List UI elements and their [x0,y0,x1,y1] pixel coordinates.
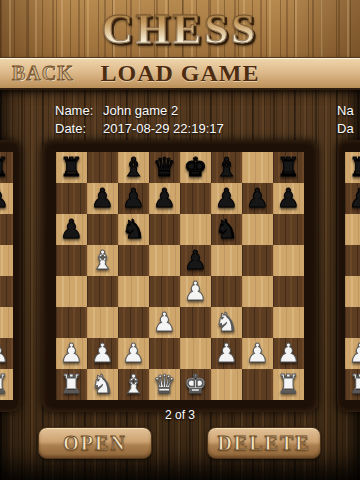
board-frame: ♜♝♛♚♝♜♟♟♟♟♟♟♟♞♞♝♟♟♟♞♟♟♟♟♟♟♜♞♝♛♚♜ [42,140,318,412]
black-pawn: ♟ [180,245,211,276]
square-c5 [118,245,149,276]
square-h2: ♟ [273,338,304,369]
black-pawn: ♟ [118,183,149,214]
next-sliver-square-2: ♟ [345,338,360,369]
square-g7: ♟ [242,183,273,214]
square-e4: ♟ [180,276,211,307]
white-rook: ♜ [0,369,13,400]
next-sliver-square-5 [345,245,360,276]
square-g3 [242,307,273,338]
square-b4 [87,276,118,307]
square-f4 [211,276,242,307]
square-d8: ♛ [149,152,180,183]
next-card-meta-partial: Na Da [337,102,360,138]
white-knight: ♞ [87,369,118,400]
date-label: Date: [55,120,103,138]
white-pawn: ♟ [87,338,118,369]
next-sliver-square-4 [345,276,360,307]
previous-sliver-square-7: ♟ [0,183,13,214]
white-pawn: ♟ [273,338,304,369]
previous-game-card-sliver[interactable]: ♜♟♟♜ [0,140,21,412]
square-a2: ♟ [56,338,87,369]
square-f1 [211,369,242,400]
date-value: 2017-08-29 22:19:17 [103,120,224,138]
square-d5 [149,245,180,276]
next-sliver-square-6 [345,214,360,245]
square-f3: ♞ [211,307,242,338]
white-bishop: ♝ [118,369,149,400]
square-g4 [242,276,273,307]
square-b7: ♟ [87,183,118,214]
square-a6: ♟ [56,214,87,245]
square-b6 [87,214,118,245]
black-pawn: ♟ [211,183,242,214]
white-knight: ♞ [211,307,242,338]
square-c2: ♟ [118,338,149,369]
previous-sliver-square-8: ♜ [0,152,13,183]
saved-game-meta: Name: John game 2 Date: 2017-08-29 22:19… [55,102,224,138]
black-rook: ♜ [345,152,360,183]
square-h6 [273,214,304,245]
square-a8: ♜ [56,152,87,183]
white-pawn: ♟ [118,338,149,369]
white-pawn: ♟ [242,338,273,369]
square-h1: ♜ [273,369,304,400]
white-pawn: ♟ [180,276,211,307]
black-pawn: ♟ [273,183,304,214]
white-queen: ♛ [149,369,180,400]
white-rook: ♜ [345,369,360,400]
black-knight: ♞ [211,214,242,245]
square-a7 [56,183,87,214]
load-game-screen: { "game": "chess", "position": { "fen": … [0,0,360,480]
square-e7 [180,183,211,214]
square-d6 [149,214,180,245]
previous-sliver-square-2: ♟ [0,338,13,369]
square-h5 [273,245,304,276]
square-f8: ♝ [211,152,242,183]
white-pawn: ♟ [56,338,87,369]
square-f5 [211,245,242,276]
name-row: Name: John game 2 [55,102,224,120]
square-e5: ♟ [180,245,211,276]
square-h4 [273,276,304,307]
black-rook: ♜ [56,152,87,183]
square-d7: ♟ [149,183,180,214]
square-g5 [242,245,273,276]
square-e1: ♚ [180,369,211,400]
square-b8 [87,152,118,183]
square-h3 [273,307,304,338]
date-row: Date: 2017-08-29 22:19:17 [55,120,224,138]
square-f6: ♞ [211,214,242,245]
square-h8: ♜ [273,152,304,183]
pager-indicator: 2 of 3 [42,408,318,422]
black-pawn: ♟ [242,183,273,214]
white-pawn: ♟ [211,338,242,369]
square-b2: ♟ [87,338,118,369]
open-button[interactable]: OPEN [38,427,152,459]
white-king: ♚ [180,369,211,400]
next-sliver-square-8: ♜ [345,152,360,183]
square-d2 [149,338,180,369]
next-sliver-square-7: ♟ [345,183,360,214]
square-e6 [180,214,211,245]
square-a1: ♜ [56,369,87,400]
name-label: Name: [55,102,103,120]
square-g2: ♟ [242,338,273,369]
square-a4 [56,276,87,307]
black-pawn: ♟ [56,214,87,245]
next-sliver-square-3 [345,307,360,338]
previous-sliver-square-6 [0,214,13,245]
next-sliver-square-1: ♜ [345,369,360,400]
square-c3 [118,307,149,338]
square-f7: ♟ [211,183,242,214]
previous-sliver-square-5 [0,245,13,276]
white-pawn: ♟ [345,338,360,369]
white-rook: ♜ [273,369,304,400]
white-pawn: ♟ [0,338,13,369]
square-c6: ♞ [118,214,149,245]
square-c7: ♟ [118,183,149,214]
square-b3 [87,307,118,338]
square-e3 [180,307,211,338]
black-king: ♚ [180,152,211,183]
square-d4 [149,276,180,307]
square-g6 [242,214,273,245]
square-d1: ♛ [149,369,180,400]
square-e2 [180,338,211,369]
next-game-card-sliver[interactable]: ♜♟♟♜ [337,140,360,412]
square-c1: ♝ [118,369,149,400]
square-g8 [242,152,273,183]
chess-board[interactable]: ♜♝♛♚♝♜♟♟♟♟♟♟♟♞♞♝♟♟♟♞♟♟♟♟♟♟♜♞♝♛♚♜ [56,152,304,400]
square-g1 [242,369,273,400]
black-rook: ♜ [0,152,13,183]
black-pawn: ♟ [87,183,118,214]
next-card-name-label: Na [337,102,360,120]
white-pawn: ♟ [149,307,180,338]
white-rook: ♜ [56,369,87,400]
square-e8: ♚ [180,152,211,183]
previous-sliver-square-4 [0,276,13,307]
previous-sliver-square-1: ♜ [0,369,13,400]
square-a5 [56,245,87,276]
square-d3: ♟ [149,307,180,338]
black-pawn: ♟ [149,183,180,214]
delete-button[interactable]: DELETE [207,427,321,459]
black-pawn: ♟ [0,183,13,214]
square-c8: ♝ [118,152,149,183]
black-queen: ♛ [149,152,180,183]
black-knight: ♞ [118,214,149,245]
next-card-date-label: Da [337,120,360,138]
white-bishop: ♝ [87,245,118,276]
screen-title: LOAD GAME [0,58,360,89]
next-board-column: ♜♟♟♜ [345,152,360,400]
black-rook: ♜ [273,152,304,183]
square-c4 [118,276,149,307]
app-title: CHESS [0,2,360,56]
square-h7: ♟ [273,183,304,214]
square-a3 [56,307,87,338]
square-b5: ♝ [87,245,118,276]
square-f2: ♟ [211,338,242,369]
name-value: John game 2 [103,102,178,120]
black-pawn: ♟ [345,183,360,214]
black-bishop: ♝ [211,152,242,183]
black-bishop: ♝ [118,152,149,183]
previous-board-column: ♜♟♟♜ [0,152,13,400]
square-b1: ♞ [87,369,118,400]
previous-sliver-square-3 [0,307,13,338]
